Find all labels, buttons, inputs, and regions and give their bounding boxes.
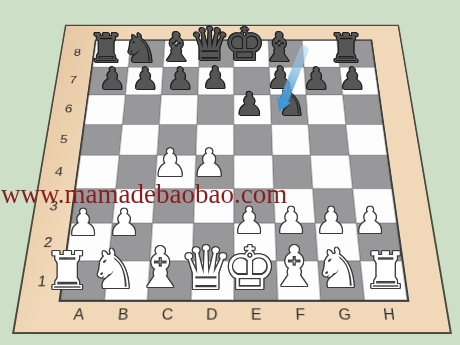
square-a6[interactable] [85, 95, 125, 124]
rank-label-7: 7 [55, 66, 91, 94]
watermark: www.mamadebaobao.com [1, 179, 287, 210]
piece-white-pawn-g2[interactable]: ♟ [315, 203, 347, 239]
rank-label-6: 6 [50, 94, 88, 124]
chess-illustration: 87654321 ABCDEFGH ♜♞♝♛♚♝♜♟♟♟♟♟♟♟♟♞♟♟♟♟♟♟… [0, 0, 460, 345]
piece-white-knight-g1[interactable]: ♞ [314, 242, 362, 296]
piece-black-pawn-h7[interactable]: ♟ [339, 64, 366, 94]
file-label-b: B [99, 302, 146, 336]
square-h4[interactable] [349, 155, 392, 188]
piece-white-pawn-a2[interactable]: ♟ [67, 205, 99, 241]
piece-black-king-e8[interactable]: ♚ [224, 21, 265, 67]
file-label-d: D [189, 302, 234, 336]
piece-black-pawn-a7[interactable]: ♟ [99, 64, 126, 94]
piece-black-knight-f6[interactable]: ♞ [274, 85, 306, 121]
piece-black-pawn-b7[interactable]: ♟ [132, 64, 159, 94]
file-label-f: F [278, 302, 324, 336]
piece-white-bishop-c1[interactable]: ♝ [135, 240, 185, 296]
piece-white-knight-b1[interactable]: ♞ [89, 243, 137, 297]
square-h5[interactable] [345, 124, 387, 155]
square-f5[interactable] [271, 124, 310, 155]
piece-black-pawn-e6[interactable]: ♟ [235, 88, 264, 120]
square-c6[interactable] [159, 95, 197, 124]
piece-white-bishop-f1[interactable]: ♝ [269, 239, 319, 295]
file-label-a: A [54, 302, 103, 336]
square-d6[interactable] [196, 95, 233, 124]
piece-black-pawn-c7[interactable]: ♟ [167, 64, 194, 94]
piece-white-pawn-h2[interactable]: ♟ [354, 203, 386, 239]
file-label-e: E [234, 302, 279, 336]
file-label-c: C [144, 302, 190, 336]
piece-white-rook-a1[interactable]: ♜ [44, 245, 91, 297]
piece-white-pawn-d4[interactable]: ♟ [192, 144, 226, 182]
piece-white-rook-h1[interactable]: ♜ [363, 246, 408, 296]
square-g5[interactable] [308, 124, 349, 155]
square-b6[interactable] [122, 95, 161, 124]
piece-black-pawn-d7[interactable]: ♟ [202, 63, 229, 93]
square-g6[interactable] [306, 95, 345, 124]
square-g4[interactable] [310, 155, 352, 188]
square-h6[interactable] [342, 95, 382, 124]
file-labels: ABCDEFGH [54, 302, 415, 336]
file-label-h: H [366, 302, 415, 336]
piece-white-pawn-c4[interactable]: ♟ [153, 144, 187, 182]
square-a5[interactable] [81, 124, 122, 155]
piece-black-pawn-g7[interactable]: ♟ [303, 64, 330, 94]
square-e5[interactable] [234, 124, 272, 155]
file-label-g: G [322, 302, 370, 336]
rank-label-5: 5 [44, 124, 83, 155]
